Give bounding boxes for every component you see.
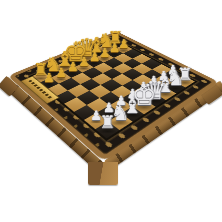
chess-set-photo: ♜♟♟♜♞♟♟♞♝♟♟♝♛♟♟♛♚♟♟♚♝♟♟♝♞♟♟♞♜♟♟♜ — [0, 0, 222, 222]
chess-board — [8, 31, 220, 162]
board-foot-bottom — [88, 162, 118, 185]
